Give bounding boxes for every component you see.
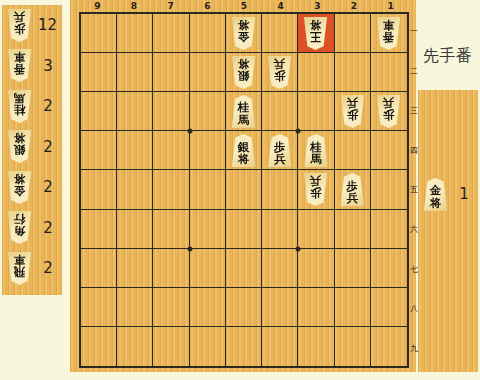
gote-hand-entry[interactable]: 桂馬2 (2, 86, 62, 127)
square-3-2[interactable] (298, 53, 334, 92)
shogi-diagram: 歩兵12香車3桂馬2銀将2金将2角行2飛車2 987654321 金将王将香車銀… (0, 0, 480, 380)
gote-hand-entry[interactable]: 飛車2 (2, 248, 62, 289)
piece-kanji: 銀将 (238, 141, 250, 165)
gote-hand-entry[interactable]: 香車3 (2, 46, 62, 87)
square-2-6[interactable] (335, 210, 371, 249)
hand-count: 2 (39, 178, 57, 196)
square-5-5[interactable] (226, 170, 262, 209)
square-8-4[interactable] (117, 131, 153, 170)
square-8-3[interactable] (117, 92, 153, 131)
file-label-9: 9 (79, 0, 116, 12)
gote-hand-entry[interactable]: 角行2 (2, 208, 62, 249)
rank-label-6: 六 (410, 210, 418, 250)
square-5-3[interactable]: 桂馬 (226, 92, 262, 131)
square-7-8[interactable] (153, 288, 189, 327)
square-1-2[interactable] (371, 53, 407, 92)
square-8-5[interactable] (117, 170, 153, 209)
square-9-2[interactable] (81, 53, 117, 92)
gote-hand-entry[interactable]: 銀将2 (2, 127, 62, 168)
square-6-6[interactable] (190, 210, 226, 249)
piece-kanji: 歩兵 (383, 97, 395, 121)
piece-kanji: 桂馬 (14, 92, 26, 116)
shogi-piece-gote[interactable]: 歩兵 (302, 173, 329, 206)
square-2-7[interactable] (335, 249, 371, 288)
square-2-5[interactable]: 歩兵 (335, 170, 371, 209)
square-8-9[interactable] (117, 327, 153, 366)
square-9-8[interactable] (81, 288, 117, 327)
rank-label-1: 一 (410, 12, 418, 52)
shogi-piece-gote[interactable]: 銀将 (6, 130, 33, 163)
shogi-piece-gote[interactable]: 飛車 (6, 252, 33, 285)
square-9-3[interactable] (81, 92, 117, 131)
rank-label-8: 八 (410, 289, 418, 329)
rank-label-4: 四 (410, 131, 418, 171)
shogi-piece-gote[interactable]: 銀将 (230, 56, 257, 89)
square-3-9[interactable] (298, 327, 334, 366)
square-7-7[interactable] (153, 249, 189, 288)
hand-count: 12 (38, 16, 57, 34)
square-3-8[interactable] (298, 288, 334, 327)
file-label-4: 4 (262, 0, 299, 12)
square-7-9[interactable] (153, 327, 189, 366)
hand-count: 2 (39, 259, 57, 277)
square-2-4[interactable] (335, 131, 371, 170)
piece-kanji: 歩兵 (346, 180, 358, 204)
square-4-2[interactable]: 歩兵 (262, 53, 298, 92)
square-1-7[interactable] (371, 249, 407, 288)
square-1-9[interactable] (371, 327, 407, 366)
square-8-2[interactable] (117, 53, 153, 92)
square-7-3[interactable] (153, 92, 189, 131)
rank-label-7: 七 (410, 249, 418, 289)
rank-labels: 一二三四五六七八九 (410, 12, 416, 368)
square-2-1[interactable] (335, 14, 371, 53)
square-3-6[interactable] (298, 210, 334, 249)
square-4-1[interactable] (262, 14, 298, 53)
star-point (187, 246, 192, 251)
hand-count: 2 (39, 138, 57, 156)
square-8-7[interactable] (117, 249, 153, 288)
file-label-7: 7 (152, 0, 189, 12)
rank-label-2: 二 (410, 52, 418, 92)
piece-kanji: 歩兵 (310, 175, 322, 199)
shogi-piece-sente[interactable]: 桂馬 (302, 134, 329, 167)
shogi-piece-sente[interactable]: 金将 (422, 178, 449, 211)
file-labels: 987654321 (79, 0, 409, 12)
shogi-piece-gote[interactable]: 歩兵 (266, 56, 293, 89)
square-6-7[interactable] (190, 249, 226, 288)
square-4-4[interactable]: 歩兵 (262, 131, 298, 170)
hand-count: 2 (39, 97, 57, 115)
square-1-1[interactable]: 香車 (371, 14, 407, 53)
square-3-1[interactable]: 王将 (298, 14, 334, 53)
file-label-2: 2 (336, 0, 373, 12)
square-2-2[interactable] (335, 53, 371, 92)
piece-kanji: 香車 (383, 19, 395, 43)
square-7-6[interactable] (153, 210, 189, 249)
file-label-3: 3 (299, 0, 336, 12)
square-6-8[interactable] (190, 288, 226, 327)
square-1-3[interactable]: 歩兵 (371, 92, 407, 131)
square-1-4[interactable] (371, 131, 407, 170)
square-1-8[interactable] (371, 288, 407, 327)
square-3-3[interactable] (298, 92, 334, 131)
square-6-3[interactable] (190, 92, 226, 131)
piece-kanji: 銀将 (238, 58, 250, 82)
square-9-1[interactable] (81, 14, 117, 53)
square-5-8[interactable] (226, 288, 262, 327)
square-2-8[interactable] (335, 288, 371, 327)
square-3-5[interactable]: 歩兵 (298, 170, 334, 209)
square-5-4[interactable]: 銀将 (226, 131, 262, 170)
square-4-8[interactable] (262, 288, 298, 327)
star-point (187, 129, 192, 134)
sente-hand-tray: 金将1 (418, 90, 478, 372)
shogi-piece-gote[interactable]: 香車 (6, 49, 33, 82)
gote-hand-tray: 歩兵12香車3桂馬2銀将2金将2角行2飛車2 (2, 5, 62, 295)
hand-count: 1 (455, 185, 473, 203)
square-5-7[interactable] (226, 249, 262, 288)
shogi-piece-gote[interactable]: 歩兵 (6, 9, 33, 42)
piece-kanji: 王将 (310, 19, 322, 43)
file-label-6: 6 (189, 0, 226, 12)
square-6-1[interactable] (190, 14, 226, 53)
file-label-1: 1 (372, 0, 409, 12)
piece-kanji: 歩兵 (346, 97, 358, 121)
piece-kanji: 香車 (14, 51, 26, 75)
rank-label-5: 五 (410, 170, 418, 210)
piece-kanji: 歩兵 (274, 58, 286, 82)
shogi-piece-gote[interactable]: 角行 (6, 211, 33, 244)
shogi-piece-gote[interactable]: 王将 (302, 17, 329, 50)
sente-hand-entry[interactable]: 金将1 (418, 174, 478, 215)
square-2-9[interactable] (335, 327, 371, 366)
square-4-9[interactable] (262, 327, 298, 366)
square-6-9[interactable] (190, 327, 226, 366)
square-1-6[interactable] (371, 210, 407, 249)
gote-hand-entry[interactable]: 歩兵12 (2, 5, 62, 46)
rank-label-3: 三 (410, 91, 418, 131)
square-5-2[interactable]: 銀将 (226, 53, 262, 92)
square-7-1[interactable] (153, 14, 189, 53)
square-4-6[interactable] (262, 210, 298, 249)
square-6-5[interactable] (190, 170, 226, 209)
square-1-5[interactable] (371, 170, 407, 209)
square-7-4[interactable] (153, 131, 189, 170)
shogi-piece-gote[interactable]: 歩兵 (339, 95, 366, 128)
square-2-3[interactable]: 歩兵 (335, 92, 371, 131)
square-8-8[interactable] (117, 288, 153, 327)
square-6-4[interactable] (190, 131, 226, 170)
turn-indicator: 先手番 (423, 46, 473, 67)
piece-kanji: 金将 (14, 173, 26, 197)
file-label-8: 8 (116, 0, 153, 12)
square-3-7[interactable] (298, 249, 334, 288)
shogi-piece-gote[interactable]: 金将 (6, 171, 33, 204)
piece-kanji: 銀将 (14, 132, 26, 156)
square-3-4[interactable]: 桂馬 (298, 131, 334, 170)
hand-count: 2 (39, 219, 57, 237)
piece-kanji: 飛車 (14, 254, 26, 278)
shogi-piece-sente[interactable]: 歩兵 (266, 134, 293, 167)
star-point (296, 129, 301, 134)
square-9-6[interactable] (81, 210, 117, 249)
square-8-1[interactable] (117, 14, 153, 53)
square-6-2[interactable] (190, 53, 226, 92)
square-5-9[interactable] (226, 327, 262, 366)
square-8-6[interactable] (117, 210, 153, 249)
file-label-5: 5 (226, 0, 263, 12)
square-5-1[interactable]: 金将 (226, 14, 262, 53)
square-9-5[interactable] (81, 170, 117, 209)
square-4-3[interactable] (262, 92, 298, 131)
piece-kanji: 歩兵 (14, 11, 26, 35)
star-point (296, 246, 301, 251)
piece-kanji: 金将 (238, 19, 250, 43)
piece-kanji: 歩兵 (274, 141, 286, 165)
piece-kanji: 桂馬 (238, 101, 250, 125)
piece-kanji: 金将 (430, 184, 442, 208)
shogi-board: 987654321 金将王将香車銀将歩兵桂馬歩兵歩兵銀将歩兵桂馬歩兵歩兵 一二三… (70, 0, 416, 372)
hand-count: 3 (39, 57, 57, 75)
square-4-7[interactable] (262, 249, 298, 288)
gote-hand-entry[interactable]: 金将2 (2, 167, 62, 208)
square-5-6[interactable] (226, 210, 262, 249)
board-grid: 金将王将香車銀将歩兵桂馬歩兵歩兵銀将歩兵桂馬歩兵歩兵 (79, 12, 409, 368)
shogi-piece-gote[interactable]: 桂馬 (6, 90, 33, 123)
piece-kanji: 角行 (14, 213, 26, 237)
shogi-piece-gote[interactable]: 金将 (230, 17, 257, 50)
square-9-9[interactable] (81, 327, 117, 366)
rank-label-9: 九 (410, 328, 418, 368)
square-9-4[interactable] (81, 131, 117, 170)
square-7-5[interactable] (153, 170, 189, 209)
piece-kanji: 桂馬 (310, 141, 322, 165)
shogi-piece-sente[interactable]: 歩兵 (339, 173, 366, 206)
square-9-7[interactable] (81, 249, 117, 288)
square-7-2[interactable] (153, 53, 189, 92)
shogi-piece-gote[interactable]: 歩兵 (375, 95, 402, 128)
shogi-piece-sente[interactable]: 桂馬 (230, 95, 257, 128)
shogi-piece-sente[interactable]: 銀将 (230, 134, 257, 167)
square-4-5[interactable] (262, 170, 298, 209)
shogi-piece-gote[interactable]: 香車 (375, 17, 402, 50)
